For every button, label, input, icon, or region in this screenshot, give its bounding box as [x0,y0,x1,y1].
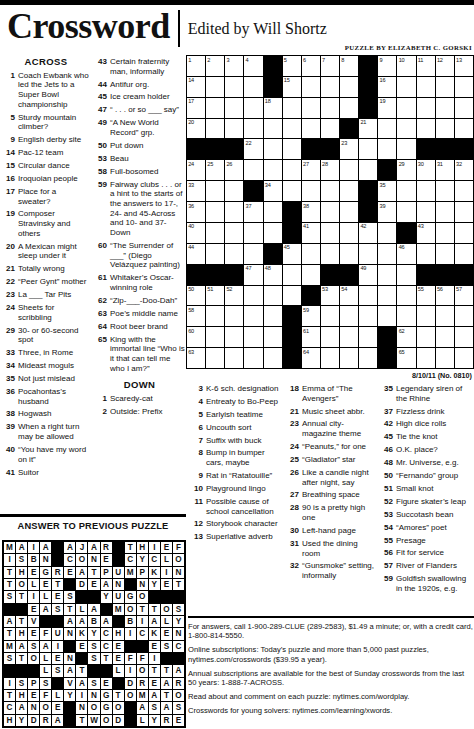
main-cell-r2c13[interactable] [417,77,435,97]
black-square [264,244,282,264]
main-cell-r12c5[interactable] [264,286,282,306]
answer-letter: P [137,567,148,578]
previous_answer-cell-r1c9: R [101,542,112,553]
main-cell-r2c2[interactable] [206,77,224,97]
black-square [64,641,75,652]
answer-letter: S [4,653,15,664]
clue-down-4: 4Entreaty to Bo-Peep [190,397,281,407]
main-cell-r1c9[interactable]: 8 [340,56,358,76]
clue-across-58: 58Full-bosomed [94,167,185,177]
main-cell-r10c14[interactable] [436,244,454,264]
previous_answer-cell-r10c1: S [4,653,15,664]
main-cell-r3c2[interactable] [206,98,224,118]
main-cell-r2c11[interactable]: 16 [378,77,396,97]
previous_answer-cell-r1c8: A [88,542,99,553]
main-cell-r7c12[interactable] [397,181,415,201]
main-cell-r8c7[interactable]: 38 [302,202,320,222]
main-cell-r3c3[interactable] [225,98,243,118]
main-cell-r5c6[interactable] [283,139,301,159]
main-cell-r10c2[interactable] [206,244,224,264]
main-cell-r5c12[interactable] [397,139,415,159]
main-cell-r8c2[interactable] [206,202,224,222]
main-cell-r14c3[interactable] [225,327,243,347]
main-cell-r2c9[interactable] [340,77,358,97]
main-cell-r7c9[interactable] [340,181,358,201]
main-cell-r8c3[interactable] [225,202,243,222]
cell-number: 62 [399,328,405,334]
main-cell-r3c5[interactable]: 18 [264,98,282,118]
main-cell-r15c1[interactable]: 63 [187,348,205,368]
clue-number: 21 [2,264,15,274]
cell-number: 8 [341,57,344,63]
main-cell-r6c8[interactable]: 28 [321,160,339,180]
main-cell-r15c5[interactable] [264,348,282,368]
main-cell-r1c15[interactable]: 13 [455,56,473,76]
main-cell-r13c8[interactable] [321,306,339,326]
main-cell-r14c13[interactable] [417,327,435,347]
previous_answer-cell-r15c12: L [137,715,148,726]
previous_answer-cell-r12c8: S [88,678,99,689]
main-cell-r12c1[interactable]: 50 [187,286,205,306]
main-cell-r3c13[interactable] [417,98,435,118]
answer-letter: A [149,616,160,627]
main-cell-r1c13[interactable]: 11 [417,56,435,76]
main-cell-r10c9[interactable] [340,244,358,264]
main-cell-r4c2[interactable] [206,119,224,139]
main-cell-r9c15[interactable] [455,223,473,243]
main-cell-r3c12[interactable] [397,98,415,118]
main-cell-r9c4[interactable] [244,223,262,243]
main-cell-r7c8[interactable] [321,181,339,201]
main-cell-r2c6[interactable]: 15 [283,77,301,97]
clue-text: Sturdy mountain climber? [18,113,90,132]
main-cell-r11c12[interactable] [397,265,415,285]
main-cell-r12c11[interactable] [378,286,396,306]
main-cell-r11c11[interactable] [378,265,396,285]
main-cell-r2c1[interactable]: 14 [187,77,205,97]
main-cell-r5c10[interactable] [359,139,377,159]
main-cell-r4c12[interactable] [397,119,415,139]
black-square [113,616,124,627]
main-cell-r13c14[interactable] [436,306,454,326]
main-cell-r11c7[interactable] [302,265,320,285]
clue-down-7: 7Suffix with buck [190,436,281,446]
previous_answer-cell-r9c2: A [16,641,27,652]
main-cell-r8c11[interactable]: 39 [378,202,396,222]
main-cell-r1c12[interactable]: 10 [397,56,415,76]
main-cell-r11c5[interactable]: 48 [264,265,282,285]
main-cell-r7c11[interactable]: 35 [378,181,396,201]
main-cell-r6c2[interactable]: 25 [206,160,224,180]
main-cell-r10c4[interactable] [244,244,262,264]
answer-letter: S [88,678,99,689]
main-cell-r14c2[interactable] [206,327,224,347]
previous_answer-cell-r7c7: A [76,616,87,627]
main-cell-r13c3[interactable] [225,306,243,326]
main-cell-r12c14[interactable]: 56 [436,286,454,306]
answer-letter: E [76,641,87,652]
main-cell-r9c14[interactable] [436,223,454,243]
main-cell-r10c10[interactable] [359,244,377,264]
clue-number: 64 [94,322,107,332]
main-cell-r4c10[interactable]: 21 [359,119,377,139]
main-cell-r7c7[interactable] [302,181,320,201]
black-square [161,591,172,602]
main-cell-r6c3[interactable]: 26 [225,160,243,180]
previous_answer-cell-r6c7: L [76,604,87,615]
answer-letter: A [64,665,75,676]
clue-text: English derby site [18,135,90,145]
main-cell-r7c13[interactable] [417,181,435,201]
previous_answer-cell-r14c7: N [76,702,87,713]
puzzle-byline: PUZZLE BY ELIZABETH C. GORSKI [345,44,472,51]
main-cell-r8c13[interactable] [417,202,435,222]
main-cell-r2c8[interactable] [321,77,339,97]
main-cell-r11c6[interactable] [283,265,301,285]
main-cell-r8c14[interactable] [436,202,454,222]
main-cell-r6c4[interactable] [244,160,262,180]
cell-number: 27 [303,161,309,167]
main-cell-r12c3[interactable]: 52 [225,286,243,306]
main-cell-r7c2[interactable] [206,181,224,201]
cell-number: 20 [188,119,194,125]
main-cell-r13c11[interactable] [378,306,396,326]
main-cell-r12c4[interactable] [244,286,262,306]
clue-text: Circular dance [18,161,90,171]
main-cell-r4c13[interactable] [417,119,435,139]
crossword-grid[interactable]: 1234567891011121314151617181920212223242… [186,55,474,369]
answer-letter: F [40,628,51,639]
main-cell-r12c8[interactable]: 53 [321,286,339,306]
main-cell-r7c15[interactable] [455,181,473,201]
previous_answer-cell-r13c1: T [4,690,15,701]
answer-letter: N [76,702,87,713]
previous_answer-cell-r14c1: C [4,702,15,713]
answer-letter: R [101,542,112,553]
clue-number: 17 [2,187,15,206]
clue-text: Figure skater’s leap [396,497,473,507]
black-square [101,604,112,615]
main-cell-r1c4[interactable]: 4 [244,56,262,76]
main-cell-r1c2[interactable]: 2 [206,56,224,76]
previous_answer-cell-r12c6: V [64,678,75,689]
main-cell-r9c8[interactable] [321,223,339,243]
main-cell-r15c7[interactable]: 64 [302,348,320,368]
main-cell-r9c2[interactable] [206,223,224,243]
main-cell-r1c14[interactable]: 12 [436,56,454,76]
main-cell-r6c7[interactable]: 27 [302,160,320,180]
main-cell-r9c10[interactable]: 42 [359,223,377,243]
main-cell-r10c13[interactable] [417,244,435,264]
main-cell-r4c6[interactable] [283,119,301,139]
main-cell-r15c8[interactable] [321,348,339,368]
main-cell-r7c1[interactable]: 33 [187,181,205,201]
main-cell-r13c15[interactable] [455,306,473,326]
previous_answer-cell-r3c3: E [28,567,39,578]
previous_answer-cell-r4c3: L [28,579,39,590]
black-square [16,665,27,676]
clue-across-22: 22“Peer Gynt” mother [2,277,90,287]
previous_answer-cell-r4c9: A [101,579,112,590]
main-cell-r4c1[interactable]: 20 [187,119,205,139]
answer-letter: S [173,702,184,713]
main-cell-r12c9[interactable]: 54 [340,286,358,306]
main-cell-r1c3[interactable]: 3 [225,56,243,76]
main-cell-r1c8[interactable]: 7 [321,56,339,76]
main-cell-r8c12[interactable] [397,202,415,222]
main-cell-r2c15[interactable] [455,77,473,97]
main-cell-r13c9[interactable] [340,306,358,326]
main-cell-r10c15[interactable] [455,244,473,264]
main-cell-r12c2[interactable]: 51 [206,286,224,306]
cell-number: 23 [341,140,347,146]
main-cell-r8c4[interactable]: 37 [244,202,262,222]
main-cell-r4c14[interactable] [436,119,454,139]
main-cell-r15c4[interactable] [244,348,262,368]
main-cell-r6c14[interactable]: 31 [436,160,454,180]
main-cell-r14c12[interactable]: 62 [397,327,415,347]
main-cell-r11c10[interactable]: 49 [359,265,377,285]
main-cell-r15c3[interactable] [225,348,243,368]
answer-letter: A [16,542,27,553]
main-cell-r6c9[interactable] [340,160,358,180]
main-cell-r3c4[interactable] [244,98,262,118]
answer-letter: Y [64,690,75,701]
main-cell-r8c9[interactable] [340,202,358,222]
main-cell-r4c15[interactable] [455,119,473,139]
main-cell-r10c3[interactable] [225,244,243,264]
main-cell-r14c4[interactable] [244,327,262,347]
black-square [359,56,377,76]
previous_answer-cell-r14c14: A [161,702,172,713]
main-cell-r15c9[interactable] [340,348,358,368]
main-cell-r13c2[interactable] [206,306,224,326]
main-cell-r11c4[interactable]: 47 [244,265,262,285]
clue-across-62: 62“Zip-___-Doo-Dah” [94,296,185,306]
answer-letter: K [76,628,87,639]
answer-letter: S [161,641,172,652]
clue-across-16: 16Iroquoian people [2,174,90,184]
clue-number: 59 [380,574,393,593]
main-cell-r14c14[interactable] [436,327,454,347]
answer-letter: N [173,628,184,639]
main-cell-r2c4[interactable] [244,77,262,97]
main-cell-r8c1[interactable]: 36 [187,202,205,222]
main-cell-r1c11[interactable]: 9 [378,56,396,76]
main-cell-r12c12[interactable] [397,286,415,306]
previous_answer-cell-r11c7: T [76,665,87,676]
clue-across-15: 15Circular dance [2,161,90,171]
main-cell-r14c7[interactable]: 61 [302,327,320,347]
main-cell-r8c15[interactable] [455,202,473,222]
clue-text: Rat in “Ratatouille” [206,471,281,481]
main-cell-r15c12[interactable]: 65 [397,348,415,368]
main-cell-r3c11[interactable]: 19 [378,98,396,118]
main-cell-r6c6[interactable] [283,160,301,180]
main-cell-r14c10[interactable] [359,327,377,347]
cell-number: 28 [322,161,328,167]
cell-number: 44 [188,244,194,250]
previous_answer-cell-r1c7: J [76,542,87,553]
main-cell-r6c13[interactable]: 30 [417,160,435,180]
clue-number: 63 [94,309,107,319]
black-square [187,139,205,159]
clue-across-36: 36Pocahontas’s husband [2,387,90,406]
clue-down-6: 6Uncouth sort [190,423,281,433]
black-square [359,98,377,118]
clue-down-57: 57River of Flanders [380,561,473,571]
main-cell-r6c10[interactable] [359,160,377,180]
main-cell-r13c7[interactable]: 59 [302,306,320,326]
main-cell-r7c5[interactable]: 34 [264,181,282,201]
main-cell-r12c13[interactable]: 55 [417,286,435,306]
black-square [302,286,320,306]
cell-number: 32 [456,161,462,167]
clue-text: Suitor [18,468,90,478]
main-cell-r9c13[interactable]: 43 [417,223,435,243]
answer-letter: S [52,604,63,615]
main-cell-r3c15[interactable] [455,98,473,118]
main-cell-r15c14[interactable] [436,348,454,368]
previous_answer-cell-r7c11: B [125,616,136,627]
main-cell-r2c7[interactable] [302,77,320,97]
clue-number: 8 [190,448,203,467]
main-cell-r9c11[interactable] [378,223,396,243]
main-cell-r15c13[interactable] [417,348,435,368]
clue-text: Uncouth sort [206,423,281,433]
previous_answer-cell-r3c6: E [64,567,75,578]
clue-text: Left-hand page [302,526,378,536]
main-cell-r10c1[interactable]: 44 [187,244,205,264]
main-cell-r10c7[interactable] [302,244,320,264]
main-cell-r13c5[interactable] [264,306,282,326]
answer-letter: E [52,702,63,713]
main-cell-r6c5[interactable] [264,160,282,180]
answer-letter: A [4,616,15,627]
main-cell-r5c4[interactable]: 22 [244,139,262,159]
main-cell-r3c14[interactable] [436,98,454,118]
main-cell-r14c5[interactable] [264,327,282,347]
clue-text: “Zip-___-Doo-Dah” [110,296,185,306]
main-cell-r3c6[interactable] [283,98,301,118]
black-square [264,77,282,97]
previous_answer-cell-r5c5: E [52,591,63,602]
clue-text: K-6 sch. designation [206,384,281,394]
main-cell-r1c1[interactable]: 1 [187,56,205,76]
main-cell-r4c7[interactable] [302,119,320,139]
main-cell-r5c11[interactable] [378,139,396,159]
main-cell-r3c7[interactable] [302,98,320,118]
main-cell-r5c9[interactable]: 23 [340,139,358,159]
main-cell-r12c15[interactable]: 57 [455,286,473,306]
main-cell-r9c5[interactable] [264,223,282,243]
main-cell-r8c5[interactable] [264,202,282,222]
main-cell-r1c7[interactable]: 6 [302,56,320,76]
main-cell-r3c1[interactable]: 17 [187,98,205,118]
main-cell-r5c5[interactable] [264,139,282,159]
main-cell-r8c8[interactable] [321,202,339,222]
clue-down-25: 25“Gladiator” star [286,455,378,465]
black-square [125,579,136,590]
main-cell-r9c3[interactable] [225,223,243,243]
previous_answer-cell-r6c5: S [52,604,63,615]
main-cell-r10c6[interactable]: 45 [283,244,301,264]
previous_answer-cell-r1c2: A [16,542,27,553]
main-cell-r9c7[interactable]: 41 [302,223,320,243]
main-cell-r13c13[interactable] [417,306,435,326]
main-cell-r14c9[interactable] [340,327,358,347]
clue-text: Mideast moguls [18,361,90,371]
main-cell-r15c10[interactable] [359,348,377,368]
answer-letter: I [137,616,148,627]
main-cell-r10c12[interactable]: 46 [397,244,415,264]
main-cell-r4c8[interactable] [321,119,339,139]
answer-letter: K [149,628,160,639]
main-cell-r6c12[interactable]: 29 [397,160,415,180]
main-cell-r13c1[interactable]: 58 [187,306,205,326]
main-cell-r14c15[interactable] [455,327,473,347]
main-cell-r15c2[interactable] [206,348,224,368]
down-clues-column-4: 35Legendary siren of the Rhine37Fizzless… [380,384,473,597]
main-cell-r13c12[interactable] [397,306,415,326]
previous_answer-cell-r14c4: O [40,702,51,713]
clue-text: Entreaty to Bo-Peep [206,397,281,407]
main-cell-r10c11[interactable] [378,244,396,264]
main-cell-r2c12[interactable] [397,77,415,97]
previous_answer-cell-r9c7: E [76,641,87,652]
main-cell-r10c8[interactable] [321,244,339,264]
main-cell-r13c4[interactable] [244,306,262,326]
main-cell-r12c6[interactable] [283,286,301,306]
clue-number: 50 [380,471,393,481]
answer-letter: M [4,542,15,553]
main-cell-r4c3[interactable] [225,119,243,139]
main-cell-r14c8[interactable] [321,327,339,347]
clue-across-14: 14Pac-12 team [2,148,90,158]
main-cell-r7c6[interactable] [283,181,301,201]
main-cell-r6c15[interactable]: 32 [455,160,473,180]
main-cell-r9c9[interactable] [340,223,358,243]
answer-letter: M [113,604,124,615]
main-cell-r9c1[interactable]: 40 [187,223,205,243]
main-cell-r7c14[interactable] [436,181,454,201]
main-cell-r4c5[interactable] [264,119,282,139]
main-cell-r15c15[interactable] [455,348,473,368]
main-cell-r13c10[interactable] [359,306,377,326]
clue-number: 41 [2,468,15,478]
main-cell-r2c3[interactable] [225,77,243,97]
cell-number: 39 [380,203,386,209]
main-cell-r12c10[interactable] [359,286,377,306]
main-cell-r4c4[interactable] [244,119,262,139]
clue-across-34: 34Mideast moguls [2,361,90,371]
answer-letter: E [88,579,99,590]
main-cell-r3c9[interactable] [340,98,358,118]
main-cell-r6c1[interactable]: 24 [187,160,205,180]
answer-letter: T [161,690,172,701]
main-cell-r14c1[interactable]: 60 [187,327,205,347]
main-cell-r2c14[interactable] [436,77,454,97]
answer-letter: O [173,690,184,701]
answer-letter: L [161,616,172,627]
main-cell-r7c3[interactable] [225,181,243,201]
previous_answer-cell-r3c11: M [125,567,136,578]
main-cell-r3c8[interactable] [321,98,339,118]
main-cell-r4c11[interactable] [378,119,396,139]
main-cell-r1c6[interactable]: 5 [283,56,301,76]
clue-across-64: 64Root beer brand [94,322,185,332]
clue-number: 28 [286,503,299,522]
